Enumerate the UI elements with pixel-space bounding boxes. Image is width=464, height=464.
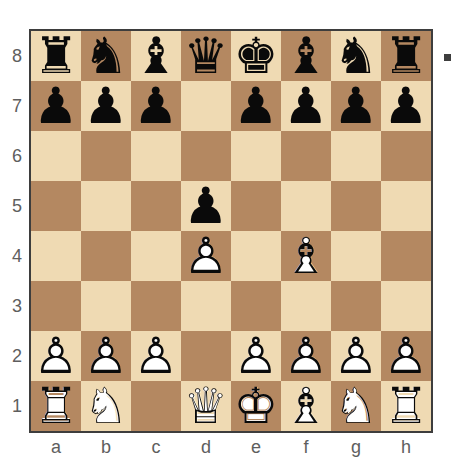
square-d5[interactable]: ♟ (181, 181, 231, 231)
white-pawn-outline: ♙ (331, 331, 381, 381)
file-label-e: e (231, 433, 281, 461)
square-b7[interactable]: ♟ (81, 81, 131, 131)
piece-black-king[interactable]: ♚ (231, 31, 281, 81)
piece-black-rook[interactable]: ♜ (381, 31, 431, 81)
piece-white-queen[interactable]: ♛♕ (181, 381, 231, 431)
piece-white-pawn[interactable]: ♟♙ (231, 331, 281, 381)
piece-white-knight[interactable]: ♞♘ (331, 381, 381, 431)
square-c3[interactable] (131, 281, 181, 331)
square-g8[interactable]: ♞ (331, 31, 381, 81)
square-a4[interactable] (31, 231, 81, 281)
square-f7[interactable]: ♟ (281, 81, 331, 131)
file-label-h: h (381, 433, 431, 461)
piece-white-rook[interactable]: ♜♖ (31, 381, 81, 431)
file-labels: abcdefgh (31, 433, 431, 461)
piece-white-rook[interactable]: ♜♖ (381, 381, 431, 431)
square-f5[interactable] (281, 181, 331, 231)
black-pawn-glyph: ♟ (181, 181, 231, 231)
square-f8[interactable]: ♝ (281, 31, 331, 81)
piece-white-pawn[interactable]: ♟♙ (81, 331, 131, 381)
white-pawn-outline: ♙ (31, 331, 81, 381)
black-pawn-glyph: ♟ (81, 81, 131, 131)
square-h5[interactable] (381, 181, 431, 231)
piece-black-bishop[interactable]: ♝ (131, 31, 181, 81)
piece-white-pawn[interactable]: ♟♙ (31, 331, 81, 381)
square-e5[interactable] (231, 181, 281, 231)
square-g5[interactable] (331, 181, 381, 231)
rank-labels: 87654321 (0, 31, 24, 431)
square-c2[interactable]: ♟♙ (131, 331, 181, 381)
square-g3[interactable] (331, 281, 381, 331)
black-pawn-glyph: ♟ (31, 81, 81, 131)
piece-black-pawn[interactable]: ♟ (381, 81, 431, 131)
square-g6[interactable] (331, 131, 381, 181)
square-c6[interactable] (131, 131, 181, 181)
square-d2[interactable] (181, 331, 231, 381)
square-e4[interactable] (231, 231, 281, 281)
piece-white-pawn[interactable]: ♟♙ (131, 331, 181, 381)
black-pawn-glyph: ♟ (331, 81, 381, 131)
white-pawn-outline: ♙ (181, 231, 231, 281)
black-bishop-glyph: ♝ (131, 31, 181, 81)
white-pawn-outline: ♙ (81, 331, 131, 381)
piece-white-pawn[interactable]: ♟♙ (181, 231, 231, 281)
square-a7[interactable]: ♟ (31, 81, 81, 131)
square-f2[interactable]: ♟♙ (281, 331, 331, 381)
square-c4[interactable] (131, 231, 181, 281)
square-b2[interactable]: ♟♙ (81, 331, 131, 381)
chess-board[interactable]: ♜♞♝♛♚♝♞♜♟♟♟♟♟♟♟♟♟♙♝♗♟♙♟♙♟♙♟♙♟♙♟♙♟♙♜♖♞♘♛♕… (29, 29, 433, 433)
piece-white-pawn[interactable]: ♟♙ (281, 331, 331, 381)
square-b4[interactable] (81, 231, 131, 281)
file-label-d: d (181, 433, 231, 461)
black-knight-glyph: ♞ (81, 31, 131, 81)
square-e7[interactable]: ♟ (231, 81, 281, 131)
piece-black-pawn[interactable]: ♟ (331, 81, 381, 131)
piece-black-pawn[interactable]: ♟ (81, 81, 131, 131)
white-king-outline: ♔ (231, 381, 281, 431)
square-h3[interactable] (381, 281, 431, 331)
square-h4[interactable] (381, 231, 431, 281)
white-pawn-outline: ♙ (281, 331, 331, 381)
rank-label-6: 6 (0, 131, 24, 181)
square-e1[interactable]: ♚♔ (231, 381, 281, 431)
white-pawn-outline: ♙ (131, 331, 181, 381)
square-a5[interactable] (31, 181, 81, 231)
black-rook-glyph: ♜ (31, 31, 81, 81)
piece-white-bishop[interactable]: ♝♗ (281, 231, 331, 281)
move-indicator-black (444, 54, 451, 61)
piece-black-knight[interactable]: ♞ (331, 31, 381, 81)
square-b8[interactable]: ♞ (81, 31, 131, 81)
square-e3[interactable] (231, 281, 281, 331)
square-f6[interactable] (281, 131, 331, 181)
square-a8[interactable]: ♜ (31, 31, 81, 81)
file-label-a: a (31, 433, 81, 461)
piece-black-pawn[interactable]: ♟ (181, 181, 231, 231)
square-d4[interactable]: ♟♙ (181, 231, 231, 281)
black-pawn-glyph: ♟ (231, 81, 281, 131)
black-pawn-glyph: ♟ (281, 81, 331, 131)
square-g7[interactable]: ♟ (331, 81, 381, 131)
square-d1[interactable]: ♛♕ (181, 381, 231, 431)
square-g1[interactable]: ♞♘ (331, 381, 381, 431)
square-d8[interactable]: ♛ (181, 31, 231, 81)
white-knight-outline: ♘ (331, 381, 381, 431)
rank-label-8: 8 (0, 31, 24, 81)
square-f4[interactable]: ♝♗ (281, 231, 331, 281)
piece-white-bishop[interactable]: ♝♗ (281, 381, 331, 431)
square-f3[interactable] (281, 281, 331, 331)
piece-white-knight[interactable]: ♞♘ (81, 381, 131, 431)
square-d6[interactable] (181, 131, 231, 181)
square-c7[interactable]: ♟ (131, 81, 181, 131)
black-bishop-glyph: ♝ (281, 31, 331, 81)
black-knight-glyph: ♞ (331, 31, 381, 81)
square-c5[interactable] (131, 181, 181, 231)
square-b6[interactable] (81, 131, 131, 181)
square-f1[interactable]: ♝♗ (281, 381, 331, 431)
square-e2[interactable]: ♟♙ (231, 331, 281, 381)
square-h2[interactable]: ♟♙ (381, 331, 431, 381)
square-a2[interactable]: ♟♙ (31, 331, 81, 381)
square-c8[interactable]: ♝ (131, 31, 181, 81)
square-e6[interactable] (231, 131, 281, 181)
file-label-f: f (281, 433, 331, 461)
white-knight-outline: ♘ (81, 381, 131, 431)
square-b1[interactable]: ♞♘ (81, 381, 131, 431)
square-a3[interactable] (31, 281, 81, 331)
piece-white-king[interactable]: ♚♔ (231, 381, 281, 431)
piece-black-pawn[interactable]: ♟ (131, 81, 181, 131)
piece-white-pawn[interactable]: ♟♙ (381, 331, 431, 381)
rank-label-7: 7 (0, 81, 24, 131)
piece-black-pawn[interactable]: ♟ (231, 81, 281, 131)
rank-label-5: 5 (0, 181, 24, 231)
square-d3[interactable] (181, 281, 231, 331)
white-rook-outline: ♖ (31, 381, 81, 431)
square-b5[interactable] (81, 181, 131, 231)
rank-label-4: 4 (0, 231, 24, 281)
black-king-glyph: ♚ (231, 31, 281, 81)
black-queen-glyph: ♛ (181, 31, 231, 81)
white-pawn-outline: ♙ (231, 331, 281, 381)
rank-label-3: 3 (0, 281, 24, 331)
rank-label-2: 2 (0, 331, 24, 381)
square-d7[interactable] (181, 81, 231, 131)
rank-label-1: 1 (0, 381, 24, 431)
square-h8[interactable]: ♜ (381, 31, 431, 81)
square-e8[interactable]: ♚ (231, 31, 281, 81)
piece-black-pawn[interactable]: ♟ (31, 81, 81, 131)
square-h7[interactable]: ♟ (381, 81, 431, 131)
black-pawn-glyph: ♟ (381, 81, 431, 131)
square-h6[interactable] (381, 131, 431, 181)
white-bishop-outline: ♗ (281, 381, 331, 431)
square-c1[interactable] (131, 381, 181, 431)
piece-black-rook[interactable]: ♜ (31, 31, 81, 81)
square-g4[interactable] (331, 231, 381, 281)
square-g2[interactable]: ♟♙ (331, 331, 381, 381)
white-pawn-outline: ♙ (381, 331, 431, 381)
square-a6[interactable] (31, 131, 81, 181)
square-b3[interactable] (81, 281, 131, 331)
white-queen-outline: ♕ (181, 381, 231, 431)
piece-black-knight[interactable]: ♞ (81, 31, 131, 81)
square-a1[interactable]: ♜♖ (31, 381, 81, 431)
piece-black-queen[interactable]: ♛ (181, 31, 231, 81)
file-label-c: c (131, 433, 181, 461)
black-rook-glyph: ♜ (381, 31, 431, 81)
piece-black-bishop[interactable]: ♝ (281, 31, 331, 81)
black-pawn-glyph: ♟ (131, 81, 181, 131)
file-label-g: g (331, 433, 381, 461)
piece-black-pawn[interactable]: ♟ (281, 81, 331, 131)
file-label-b: b (81, 433, 131, 461)
chess-scene: 87654321 ♜♞♝♛♚♝♞♜♟♟♟♟♟♟♟♟♟♙♝♗♟♙♟♙♟♙♟♙♟♙♟… (0, 0, 464, 464)
square-h1[interactable]: ♜♖ (381, 381, 431, 431)
white-rook-outline: ♖ (381, 381, 431, 431)
white-bishop-outline: ♗ (281, 231, 331, 281)
piece-white-pawn[interactable]: ♟♙ (331, 331, 381, 381)
